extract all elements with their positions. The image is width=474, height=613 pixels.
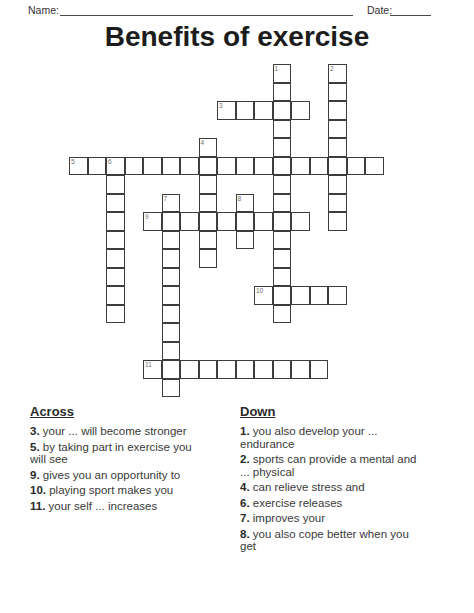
grid-cell[interactable]: 4 (199, 138, 218, 157)
grid-cell[interactable] (199, 249, 218, 268)
grid-cell[interactable] (236, 157, 255, 176)
grid-cell[interactable] (236, 101, 255, 120)
grid-cell[interactable]: 3 (217, 101, 236, 120)
grid-cell[interactable] (291, 286, 310, 305)
grid-cell[interactable] (328, 83, 347, 102)
grid-cell[interactable] (273, 305, 292, 324)
grid-cell[interactable] (162, 323, 181, 342)
grid-cell[interactable] (162, 286, 181, 305)
grid-cell[interactable] (273, 83, 292, 102)
date-field[interactable] (390, 2, 431, 16)
grid-cell[interactable] (236, 231, 255, 250)
down-clues-section: Down 1. you also develop your ... endura… (240, 404, 418, 556)
name-field[interactable] (60, 2, 353, 16)
grid-cell[interactable] (162, 157, 181, 176)
down-clue: 8. you also cope better when you get (240, 528, 418, 553)
clue-number: 3 (219, 102, 223, 109)
name-label: Name: (28, 4, 59, 16)
grid-cell[interactable] (217, 360, 236, 379)
grid-cell[interactable] (106, 231, 125, 250)
clue-number: 4 (201, 139, 205, 146)
grid-cell[interactable] (328, 212, 347, 231)
grid-cell[interactable] (310, 360, 329, 379)
grid-cell[interactable] (217, 212, 236, 231)
across-clue: 11. your self ... increases (30, 500, 208, 513)
grid-cell[interactable] (217, 157, 236, 176)
grid-cell[interactable] (199, 231, 218, 250)
grid-cell[interactable] (328, 175, 347, 194)
grid-cell[interactable] (106, 175, 125, 194)
worksheet-page: Name: Date: Benefits of exercise 1234567… (0, 0, 474, 613)
grid-cell[interactable] (106, 286, 125, 305)
clue-number: 6 (108, 158, 112, 165)
clue-number: 11 (145, 361, 152, 368)
clue-number: 9 (145, 213, 149, 220)
across-clues-section: Across 3. your ... will become stronger5… (30, 404, 208, 515)
grid-cell[interactable] (328, 286, 347, 305)
grid-cell[interactable] (273, 286, 292, 305)
down-clue: 2. sports can provide a mental and ... p… (240, 453, 418, 478)
across-clue: 5. by taking part in exercise you will s… (30, 441, 208, 466)
grid-cell[interactable] (180, 360, 199, 379)
grid-cell[interactable]: 6 (106, 157, 125, 176)
across-clue: 9. gives you an opportunity to (30, 469, 208, 482)
clue-number: 10 (256, 287, 263, 294)
grid-cell[interactable] (273, 212, 292, 231)
grid-cell[interactable]: 2 (328, 64, 347, 83)
grid-cell[interactable] (273, 268, 292, 287)
grid-cell[interactable] (310, 286, 329, 305)
down-clue: 6. exercise releases (240, 497, 418, 510)
grid-cell[interactable] (106, 194, 125, 213)
grid-cell[interactable]: 7 (162, 194, 181, 213)
grid-cell[interactable] (291, 360, 310, 379)
grid-cell[interactable] (347, 157, 366, 176)
grid-cell[interactable]: 8 (236, 194, 255, 213)
grid-cell[interactable] (291, 157, 310, 176)
grid-cell[interactable] (328, 101, 347, 120)
across-clue: 3. your ... will become stronger (30, 425, 208, 438)
across-clue: 10. playing sport makes you (30, 484, 208, 497)
across-heading: Across (30, 404, 208, 419)
down-heading: Down (240, 404, 418, 419)
grid-cell[interactable] (162, 360, 181, 379)
crossword-grid: 1234567891011 (69, 64, 384, 397)
grid-cell[interactable] (273, 138, 292, 157)
grid-cell[interactable] (273, 249, 292, 268)
clue-number: 7 (164, 195, 168, 202)
grid-cell[interactable] (273, 157, 292, 176)
grid-cell[interactable] (273, 231, 292, 250)
grid-cell[interactable] (162, 379, 181, 398)
grid-cell[interactable] (125, 157, 144, 176)
grid-cell[interactable] (273, 101, 292, 120)
grid-cell[interactable] (180, 157, 199, 176)
clue-number: 2 (330, 65, 334, 72)
grid-cell[interactable] (162, 231, 181, 250)
grid-cell[interactable] (254, 212, 273, 231)
grid-cell[interactable] (199, 157, 218, 176)
grid-cell[interactable] (236, 212, 255, 231)
grid-cell[interactable] (254, 101, 273, 120)
grid-cell[interactable] (199, 194, 218, 213)
grid-cell[interactable] (328, 157, 347, 176)
grid-cell[interactable] (88, 157, 107, 176)
clue-number: 1 (275, 65, 279, 72)
grid-cell[interactable] (106, 305, 125, 324)
grid-cell[interactable] (106, 212, 125, 231)
down-clue: 4. can relieve stress and (240, 481, 418, 494)
grid-cell[interactable]: 9 (143, 212, 162, 231)
grid-cell[interactable] (162, 342, 181, 361)
grid-cell[interactable]: 5 (69, 157, 88, 176)
grid-cell[interactable] (273, 175, 292, 194)
clue-number: 5 (71, 158, 75, 165)
grid-cell[interactable] (106, 268, 125, 287)
clue-number: 8 (238, 195, 242, 202)
across-clue-list: 3. your ... will become stronger5. by ta… (30, 425, 208, 512)
grid-cell[interactable] (162, 268, 181, 287)
date-label: Date: (367, 4, 392, 16)
grid-cell[interactable] (273, 194, 292, 213)
grid-cell[interactable] (199, 360, 218, 379)
grid-cell[interactable] (254, 157, 273, 176)
grid-cell[interactable] (199, 175, 218, 194)
down-clue: 1. you also develop your ... endurance (240, 425, 418, 450)
grid-cell[interactable] (328, 194, 347, 213)
grid-cell[interactable] (106, 249, 125, 268)
grid-cell[interactable] (291, 101, 310, 120)
page-title: Benefits of exercise (0, 21, 474, 53)
grid-cell[interactable] (180, 212, 199, 231)
grid-cell[interactable] (254, 360, 273, 379)
grid-cell[interactable] (162, 212, 181, 231)
down-clue-list: 1. you also develop your ... endurance2.… (240, 425, 418, 553)
grid-cell[interactable] (143, 157, 162, 176)
grid-cell[interactable] (328, 138, 347, 157)
grid-cell[interactable] (273, 360, 292, 379)
grid-cell[interactable] (162, 249, 181, 268)
grid-cell[interactable] (236, 360, 255, 379)
grid-cell[interactable] (310, 157, 329, 176)
grid-cell[interactable] (162, 305, 181, 324)
grid-cell[interactable] (199, 212, 218, 231)
grid-cell[interactable] (291, 212, 310, 231)
grid-cell[interactable]: 1 (273, 64, 292, 83)
grid-cell[interactable] (328, 120, 347, 139)
grid-cell[interactable] (365, 157, 384, 176)
grid-cell[interactable] (273, 120, 292, 139)
down-clue: 7. improves your (240, 512, 418, 525)
grid-cell[interactable]: 11 (143, 360, 162, 379)
grid-cell[interactable]: 10 (254, 286, 273, 305)
